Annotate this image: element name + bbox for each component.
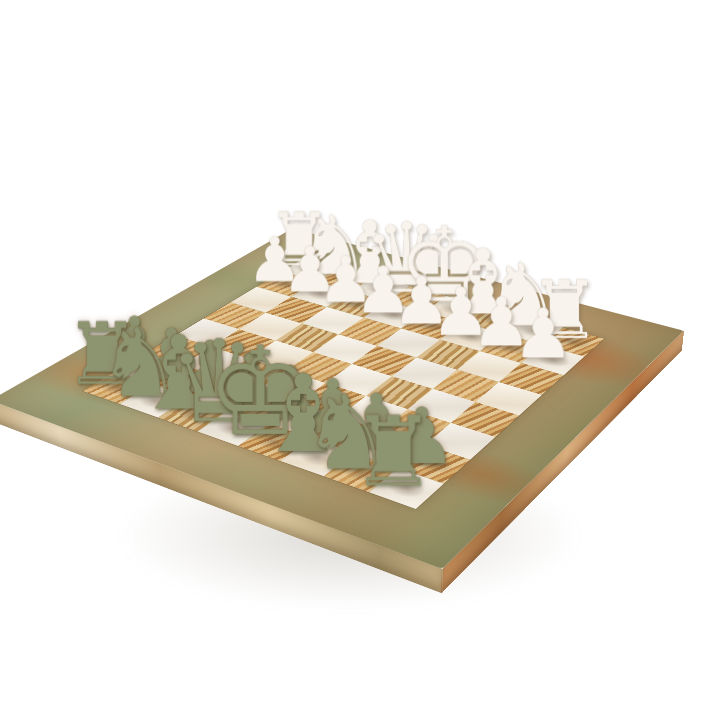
piece-shadow (337, 296, 378, 313)
piece-shadow (365, 437, 414, 461)
square-g4 (408, 389, 476, 423)
piece-shadow (280, 409, 327, 431)
piece-shadow (397, 290, 438, 307)
piece-shadow (292, 445, 341, 469)
piece-shadow (250, 430, 299, 454)
square-e4 (326, 364, 392, 396)
piece-shadow (360, 281, 400, 297)
green-rook: ♜ (64, 312, 141, 397)
piece-shadow (163, 371, 208, 391)
piece-shadow (322, 423, 370, 446)
piece-shadow (411, 317, 453, 335)
piece-shadow (126, 358, 171, 378)
piece-shadow (373, 306, 415, 323)
piece-shadow (472, 311, 514, 328)
green-pawn: ♟ (103, 308, 165, 377)
piece-shadow (531, 350, 575, 369)
piece-shadow (209, 416, 257, 439)
piece-shadow (301, 286, 341, 302)
piece-shadow (490, 339, 533, 358)
piece-shadow (409, 452, 459, 477)
product-photo: ♜♞♝♛♚♝♞♜♟♟♟♟♟♟♟♟♟♟♟♟♟♟♟♟♜♞♝♛♚♝♞♜ (0, 0, 720, 720)
piece-shadow (552, 333, 595, 352)
piece-shadow (336, 460, 386, 485)
piece-shadow (240, 396, 287, 418)
square-h8: ♜ (543, 328, 605, 357)
piece-shadow (450, 328, 493, 346)
piece-shadow (325, 271, 365, 287)
piece-shadow (381, 475, 432, 501)
piece-shadow (512, 322, 554, 340)
piece-shadow (434, 301, 475, 318)
square-c3 (220, 358, 287, 389)
